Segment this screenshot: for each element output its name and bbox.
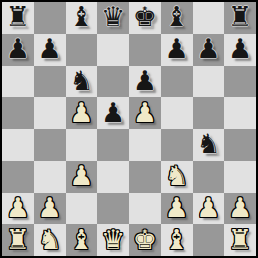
- piece-white-knight: ♞: [165, 162, 189, 189]
- piece-black-knight: ♞: [69, 67, 93, 94]
- chess-board: ♜♝♛♚♝♜♟♟♟♟♟♞♟♟♟♟♞♟♞♟♟♟♟♟♜♞♝♛♚♝♜: [2, 2, 256, 256]
- square-h7[interactable]: ♟: [224, 34, 256, 66]
- square-c3[interactable]: ♟: [66, 161, 98, 193]
- piece-white-pawn: ♟: [228, 194, 252, 221]
- square-f6[interactable]: [161, 66, 193, 98]
- square-e1[interactable]: ♚: [129, 224, 161, 256]
- square-g1[interactable]: [193, 224, 225, 256]
- square-g4[interactable]: ♞: [193, 129, 225, 161]
- piece-black-pawn: ♟: [101, 99, 125, 126]
- square-f8[interactable]: ♝: [161, 2, 193, 34]
- square-c2[interactable]: [66, 193, 98, 225]
- piece-white-knight: ♞: [38, 226, 62, 253]
- square-b2[interactable]: ♟: [34, 193, 66, 225]
- piece-white-pawn: ♟: [6, 194, 30, 221]
- square-g5[interactable]: [193, 97, 225, 129]
- piece-black-knight: ♞: [196, 130, 220, 157]
- square-g7[interactable]: ♟: [193, 34, 225, 66]
- piece-black-pawn: ♟: [133, 67, 157, 94]
- square-a4[interactable]: [2, 129, 34, 161]
- piece-black-pawn: ♟: [196, 35, 220, 62]
- square-c5[interactable]: ♟: [66, 97, 98, 129]
- square-h4[interactable]: [224, 129, 256, 161]
- square-h8[interactable]: ♜: [224, 2, 256, 34]
- square-f4[interactable]: [161, 129, 193, 161]
- piece-black-rook: ♜: [228, 3, 252, 30]
- square-d8[interactable]: ♛: [97, 2, 129, 34]
- square-a7[interactable]: ♟: [2, 34, 34, 66]
- piece-white-rook: ♜: [228, 226, 252, 253]
- piece-white-king: ♚: [133, 226, 157, 253]
- square-d2[interactable]: [97, 193, 129, 225]
- square-f5[interactable]: [161, 97, 193, 129]
- square-h1[interactable]: ♜: [224, 224, 256, 256]
- square-d1[interactable]: ♛: [97, 224, 129, 256]
- piece-white-pawn: ♟: [69, 99, 93, 126]
- square-c7[interactable]: [66, 34, 98, 66]
- piece-white-bishop: ♝: [69, 226, 93, 253]
- piece-black-pawn: ♟: [38, 35, 62, 62]
- square-d7[interactable]: [97, 34, 129, 66]
- piece-black-bishop: ♝: [165, 3, 189, 30]
- square-f1[interactable]: ♝: [161, 224, 193, 256]
- square-h5[interactable]: [224, 97, 256, 129]
- square-e6[interactable]: ♟: [129, 66, 161, 98]
- piece-black-queen: ♛: [101, 3, 125, 30]
- piece-black-pawn: ♟: [228, 35, 252, 62]
- square-a2[interactable]: ♟: [2, 193, 34, 225]
- piece-black-pawn: ♟: [165, 35, 189, 62]
- square-c1[interactable]: ♝: [66, 224, 98, 256]
- square-g8[interactable]: [193, 2, 225, 34]
- square-h3[interactable]: [224, 161, 256, 193]
- square-b1[interactable]: ♞: [34, 224, 66, 256]
- square-e2[interactable]: [129, 193, 161, 225]
- square-b7[interactable]: ♟: [34, 34, 66, 66]
- piece-white-pawn: ♟: [69, 162, 93, 189]
- square-e3[interactable]: [129, 161, 161, 193]
- square-g3[interactable]: [193, 161, 225, 193]
- square-a5[interactable]: [2, 97, 34, 129]
- piece-black-rook: ♜: [6, 3, 30, 30]
- piece-white-queen: ♛: [101, 226, 125, 253]
- square-c8[interactable]: ♝: [66, 2, 98, 34]
- square-e4[interactable]: [129, 129, 161, 161]
- square-g6[interactable]: [193, 66, 225, 98]
- square-b5[interactable]: [34, 97, 66, 129]
- square-a1[interactable]: ♜: [2, 224, 34, 256]
- piece-white-pawn: ♟: [196, 194, 220, 221]
- square-e8[interactable]: ♚: [129, 2, 161, 34]
- square-a3[interactable]: [2, 161, 34, 193]
- square-a6[interactable]: [2, 66, 34, 98]
- square-f7[interactable]: ♟: [161, 34, 193, 66]
- square-g2[interactable]: ♟: [193, 193, 225, 225]
- square-d3[interactable]: [97, 161, 129, 193]
- piece-white-rook: ♜: [6, 226, 30, 253]
- square-e5[interactable]: ♟: [129, 97, 161, 129]
- square-e7[interactable]: [129, 34, 161, 66]
- piece-black-pawn: ♟: [6, 35, 30, 62]
- square-c6[interactable]: ♞: [66, 66, 98, 98]
- chess-board-frame: ♜♝♛♚♝♜♟♟♟♟♟♞♟♟♟♟♞♟♞♟♟♟♟♟♜♞♝♛♚♝♜: [0, 0, 258, 258]
- square-c4[interactable]: [66, 129, 98, 161]
- piece-black-bishop: ♝: [69, 3, 93, 30]
- square-h2[interactable]: ♟: [224, 193, 256, 225]
- square-b4[interactable]: [34, 129, 66, 161]
- square-a8[interactable]: ♜: [2, 2, 34, 34]
- square-h6[interactable]: [224, 66, 256, 98]
- square-b6[interactable]: [34, 66, 66, 98]
- piece-white-bishop: ♝: [165, 226, 189, 253]
- square-f3[interactable]: ♞: [161, 161, 193, 193]
- piece-white-pawn: ♟: [133, 99, 157, 126]
- square-d4[interactable]: [97, 129, 129, 161]
- piece-black-king: ♚: [133, 3, 157, 30]
- square-d5[interactable]: ♟: [97, 97, 129, 129]
- square-b3[interactable]: [34, 161, 66, 193]
- square-d6[interactable]: [97, 66, 129, 98]
- square-f2[interactable]: ♟: [161, 193, 193, 225]
- square-b8[interactable]: [34, 2, 66, 34]
- piece-white-pawn: ♟: [38, 194, 62, 221]
- piece-white-pawn: ♟: [165, 194, 189, 221]
